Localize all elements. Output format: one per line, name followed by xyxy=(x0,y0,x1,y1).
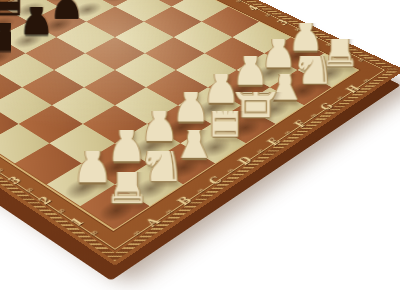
rook-glyph: ♜ xyxy=(103,135,151,215)
chess-board: ∞A∞B∞C∞D∞E∞F∞G∞H∞ ∞A∞B∞C∞D∞E∞F∞G∞H∞ ∞1∞2… xyxy=(0,0,320,275)
rank-label-1: 1 xyxy=(67,216,87,229)
rope-knot-ornament: ∞ xyxy=(193,186,207,195)
pawn-glyph: ♟ xyxy=(0,0,23,59)
photo-backdrop: ∞A∞B∞C∞D∞E∞F∞G∞H∞ ∞A∞B∞C∞D∞E∞F∞G∞H∞ ∞1∞2… xyxy=(0,0,400,290)
rope-knot-ornament: ∞ xyxy=(233,0,245,4)
rank-label-3: 3 xyxy=(5,174,24,186)
rope-knot-ornament: ∞ xyxy=(87,228,101,238)
rope-knot-ornament: ∞ xyxy=(253,147,267,155)
file-label-a: A xyxy=(142,215,163,228)
rope-knot-ornament: ∞ xyxy=(307,112,320,120)
rope-knot-ornament: ∞ xyxy=(0,166,6,174)
file-label-h: H xyxy=(343,83,363,94)
rope-knot-ornament: ∞ xyxy=(54,207,68,216)
rope-knot-ornament: ∞ xyxy=(223,166,237,174)
rope-knot-ornament: ∞ xyxy=(161,207,175,216)
file-label-b: B xyxy=(174,194,195,207)
rope-knot-ornament: ∞ xyxy=(359,77,372,84)
white-rook-a1[interactable]: ♜ xyxy=(102,172,152,222)
file-label-f: F xyxy=(291,119,310,130)
rope-knot-ornament: ∞ xyxy=(129,228,144,238)
rank-label-2: 2 xyxy=(36,195,55,207)
rope-knot-ornament: ∞ xyxy=(333,94,346,101)
rope-knot-ornament: ∞ xyxy=(23,186,37,195)
board-frame: ∞A∞B∞C∞D∞E∞F∞G∞H∞ ∞A∞B∞C∞D∞E∞F∞G∞H∞ ∞1∞2… xyxy=(0,0,400,266)
file-label-g: G xyxy=(317,101,337,112)
file-label-c: C xyxy=(205,174,225,187)
rank-label-4: 4 xyxy=(245,4,261,12)
file-label-d: D xyxy=(235,154,256,166)
file-label-e: E xyxy=(264,136,283,147)
black-pawn-c7[interactable]: ♟ xyxy=(0,23,27,66)
